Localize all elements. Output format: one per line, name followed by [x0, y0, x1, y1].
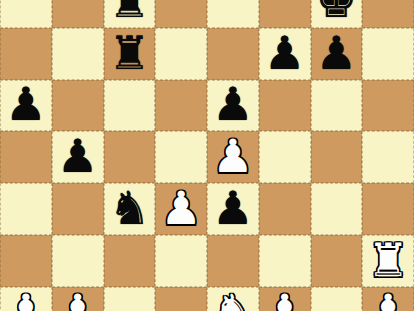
square-b5[interactable]: ♟ — [52, 131, 104, 183]
square-h4[interactable] — [362, 183, 414, 235]
piece-black-pawn[interactable]: ♟ — [264, 30, 305, 76]
square-a8[interactable] — [0, 0, 52, 28]
square-b8[interactable] — [52, 0, 104, 28]
square-e5[interactable]: ♟ — [207, 131, 259, 183]
square-a3[interactable] — [0, 235, 52, 287]
piece-black-pawn[interactable]: ♟ — [316, 30, 357, 76]
square-e8[interactable] — [207, 0, 259, 28]
square-c8[interactable]: ♜ — [104, 0, 156, 28]
piece-white-pawn[interactable]: ♟ — [368, 288, 409, 311]
square-h2[interactable]: ♟ — [362, 287, 414, 311]
square-a5[interactable] — [0, 131, 52, 183]
square-a4[interactable] — [0, 183, 52, 235]
piece-black-rook[interactable]: ♜ — [109, 30, 150, 76]
square-b3[interactable] — [52, 235, 104, 287]
square-d4[interactable]: ♟ — [155, 183, 207, 235]
square-e6[interactable]: ♟ — [207, 80, 259, 132]
chessboard: ♜♚♜♟♟♟♟♟♟♞♟♟♜♟♟♞♟♟ — [0, 0, 414, 311]
square-b6[interactable] — [52, 80, 104, 132]
square-g3[interactable] — [311, 235, 363, 287]
square-a6[interactable]: ♟ — [0, 80, 52, 132]
square-g8[interactable]: ♚ — [311, 0, 363, 28]
square-f3[interactable] — [259, 235, 311, 287]
square-d8[interactable] — [155, 0, 207, 28]
piece-white-pawn[interactable]: ♟ — [57, 288, 98, 311]
piece-black-king[interactable]: ♚ — [316, 0, 357, 24]
square-g7[interactable]: ♟ — [311, 28, 363, 80]
piece-black-pawn[interactable]: ♟ — [57, 133, 98, 179]
square-f4[interactable] — [259, 183, 311, 235]
square-c3[interactable] — [104, 235, 156, 287]
square-c5[interactable] — [104, 131, 156, 183]
square-d3[interactable] — [155, 235, 207, 287]
piece-black-rook[interactable]: ♜ — [109, 0, 150, 24]
square-e7[interactable] — [207, 28, 259, 80]
square-f7[interactable]: ♟ — [259, 28, 311, 80]
square-d6[interactable] — [155, 80, 207, 132]
square-d5[interactable] — [155, 131, 207, 183]
piece-black-pawn[interactable]: ♟ — [5, 81, 46, 127]
square-h7[interactable] — [362, 28, 414, 80]
piece-white-knight[interactable]: ♞ — [212, 288, 253, 311]
square-f2[interactable]: ♟ — [259, 287, 311, 311]
square-f8[interactable] — [259, 0, 311, 28]
square-g5[interactable] — [311, 131, 363, 183]
square-h6[interactable] — [362, 80, 414, 132]
square-e2[interactable]: ♞ — [207, 287, 259, 311]
piece-white-pawn[interactable]: ♟ — [264, 288, 305, 311]
chess-viewport: ♜♚♜♟♟♟♟♟♟♞♟♟♜♟♟♞♟♟ — [0, 0, 414, 311]
square-f6[interactable] — [259, 80, 311, 132]
square-h5[interactable] — [362, 131, 414, 183]
square-e3[interactable] — [207, 235, 259, 287]
square-a7[interactable] — [0, 28, 52, 80]
piece-black-knight[interactable]: ♞ — [109, 185, 150, 231]
piece-white-pawn[interactable]: ♟ — [212, 133, 253, 179]
piece-black-pawn[interactable]: ♟ — [212, 185, 253, 231]
square-g4[interactable] — [311, 183, 363, 235]
square-d2[interactable] — [155, 287, 207, 311]
square-c6[interactable] — [104, 80, 156, 132]
square-g6[interactable] — [311, 80, 363, 132]
square-d7[interactable] — [155, 28, 207, 80]
square-c4[interactable]: ♞ — [104, 183, 156, 235]
square-h8[interactable] — [362, 0, 414, 28]
piece-white-rook[interactable]: ♜ — [368, 237, 409, 283]
square-b2[interactable]: ♟ — [52, 287, 104, 311]
square-g2[interactable] — [311, 287, 363, 311]
piece-black-pawn[interactable]: ♟ — [212, 81, 253, 127]
square-e4[interactable]: ♟ — [207, 183, 259, 235]
square-a2[interactable]: ♟ — [0, 287, 52, 311]
piece-white-pawn[interactable]: ♟ — [161, 185, 202, 231]
piece-white-pawn[interactable]: ♟ — [5, 288, 46, 311]
square-h3[interactable]: ♜ — [362, 235, 414, 287]
square-b4[interactable] — [52, 183, 104, 235]
square-b7[interactable] — [52, 28, 104, 80]
square-f5[interactable] — [259, 131, 311, 183]
square-c2[interactable] — [104, 287, 156, 311]
square-c7[interactable]: ♜ — [104, 28, 156, 80]
